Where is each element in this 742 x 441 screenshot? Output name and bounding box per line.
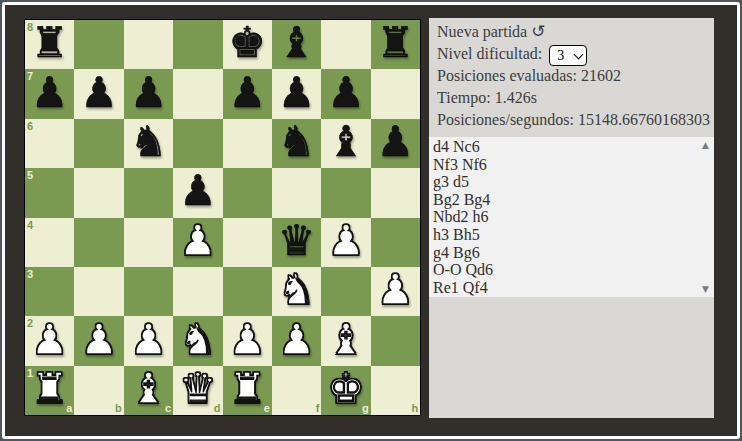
chess-board[interactable]: 8♜♚♝♜7♟♟♟♟♟♟6♞♞♝♟5♟4♟♛♟3♞♟2♟♟♟♞♟♟♝1a♜bc♝… xyxy=(24,19,421,416)
restart-icon[interactable]: ↺ xyxy=(531,22,545,41)
square-c3[interactable] xyxy=(124,267,173,316)
square-b3[interactable] xyxy=(74,267,123,316)
difficulty-row: Nivel dificultad: 3 xyxy=(437,43,706,65)
square-e2[interactable]: ♟ xyxy=(223,316,272,365)
scroll-up-icon[interactable]: ▲ xyxy=(697,137,714,153)
piece-wP-g4[interactable]: ♟ xyxy=(327,220,365,262)
move-list[interactable]: d4 Nc6Nf3 Nf6g3 d5Bg2 Bg4Nbd2 h6h3 Bh5g4… xyxy=(429,137,714,297)
square-h1[interactable]: h xyxy=(371,366,420,415)
square-e7[interactable]: ♟ xyxy=(223,69,272,118)
square-h4[interactable] xyxy=(371,218,420,267)
difficulty-select-wrap: 3 xyxy=(549,44,587,66)
move-entry: d4 Nc6 xyxy=(433,138,714,156)
piece-wP-b2[interactable]: ♟ xyxy=(80,319,118,361)
move-entry: Bg2 Bg4 xyxy=(433,191,714,209)
square-h6[interactable]: ♟ xyxy=(371,119,420,168)
square-c2[interactable]: ♟ xyxy=(124,316,173,365)
piece-bR-a8[interactable]: ♜ xyxy=(31,22,69,64)
piece-bB-f8[interactable]: ♝ xyxy=(278,22,316,64)
square-d4[interactable]: ♟ xyxy=(173,218,222,267)
square-h2[interactable] xyxy=(371,316,420,365)
piece-wP-a2[interactable]: ♟ xyxy=(31,319,69,361)
side-panel: Nueva partida↺ Nivel dificultad: 3 Posic… xyxy=(429,18,714,418)
square-f4[interactable]: ♛ xyxy=(272,218,321,267)
difficulty-label: Nivel dificultad: xyxy=(437,45,542,62)
positions-evaluated-label: Posiciones evaluadas: xyxy=(437,67,577,84)
piece-wN-d2[interactable]: ♞ xyxy=(179,319,217,361)
piece-bB-g6[interactable]: ♝ xyxy=(327,121,365,163)
square-g4[interactable]: ♟ xyxy=(321,218,370,267)
positions-evaluated-value: 21602 xyxy=(581,67,621,84)
square-g5[interactable] xyxy=(321,168,370,217)
piece-bP-e7[interactable]: ♟ xyxy=(228,72,266,114)
square-g1[interactable]: g♚ xyxy=(321,366,370,415)
file-label: h xyxy=(411,403,418,414)
positions-per-second-label: Posiciones/segundos: xyxy=(437,111,574,128)
square-g6[interactable]: ♝ xyxy=(321,119,370,168)
square-e8[interactable]: ♚ xyxy=(223,20,272,69)
piece-wP-c2[interactable]: ♟ xyxy=(130,319,168,361)
file-label: b xyxy=(115,403,122,414)
piece-bP-h6[interactable]: ♟ xyxy=(377,121,415,163)
square-d5[interactable]: ♟ xyxy=(173,168,222,217)
square-g2[interactable]: ♝ xyxy=(321,316,370,365)
square-f5[interactable] xyxy=(272,168,321,217)
square-h3[interactable]: ♟ xyxy=(371,267,420,316)
piece-wK-g1[interactable]: ♚ xyxy=(327,368,365,410)
square-f2[interactable]: ♟ xyxy=(272,316,321,365)
square-f7[interactable]: ♟ xyxy=(272,69,321,118)
square-d6[interactable] xyxy=(173,119,222,168)
move-entry: O-O Qd6 xyxy=(433,261,714,279)
engine-info: Nueva partida↺ Nivel dificultad: 3 Posic… xyxy=(429,18,714,131)
movelist-scrollbar[interactable]: ▲ ▼ xyxy=(697,137,714,297)
square-e5[interactable] xyxy=(223,168,272,217)
piece-bN-f6[interactable]: ♞ xyxy=(278,121,316,163)
piece-bP-c7[interactable]: ♟ xyxy=(130,72,168,114)
piece-wP-d4[interactable]: ♟ xyxy=(179,220,217,262)
square-b6[interactable] xyxy=(74,119,123,168)
piece-bP-g7[interactable]: ♟ xyxy=(327,72,365,114)
move-entry: Nbd2 h6 xyxy=(433,208,714,226)
square-d8[interactable] xyxy=(173,20,222,69)
move-entry: Re1 Qf4 xyxy=(433,279,714,297)
scroll-down-icon[interactable]: ▼ xyxy=(697,281,714,297)
piece-wP-h3[interactable]: ♟ xyxy=(377,269,415,311)
square-c5[interactable] xyxy=(124,168,173,217)
square-b7[interactable]: ♟ xyxy=(74,69,123,118)
move-entry: g3 d5 xyxy=(433,173,714,191)
piece-bN-c6[interactable]: ♞ xyxy=(130,121,168,163)
piece-wN-f3[interactable]: ♞ xyxy=(278,269,316,311)
move-entry: Nf3 Nf6 xyxy=(433,156,714,174)
square-b2[interactable]: ♟ xyxy=(74,316,123,365)
square-e6[interactable] xyxy=(223,119,272,168)
square-f6[interactable]: ♞ xyxy=(272,119,321,168)
piece-bP-f7[interactable]: ♟ xyxy=(278,72,316,114)
square-a7[interactable]: 7♟ xyxy=(25,69,74,118)
square-a8[interactable]: 8♜ xyxy=(25,20,74,69)
move-list-lines: d4 Nc6Nf3 Nf6g3 d5Bg2 Bg4Nbd2 h6h3 Bh5g4… xyxy=(429,137,714,296)
new-game-button[interactable]: Nueva partida↺ xyxy=(437,21,706,43)
piece-bQ-f4[interactable]: ♛ xyxy=(278,220,316,262)
piece-wP-f2[interactable]: ♟ xyxy=(278,319,316,361)
positions-evaluated-row: Posiciones evaluadas: 21602 xyxy=(437,65,706,87)
square-e3[interactable] xyxy=(223,267,272,316)
difficulty-select[interactable]: 3 xyxy=(549,45,587,66)
rank-label: 3 xyxy=(27,269,33,280)
piece-bP-a7[interactable]: ♟ xyxy=(31,72,69,114)
piece-wB-c1[interactable]: ♝ xyxy=(130,368,168,410)
square-a4[interactable]: 4 xyxy=(25,218,74,267)
rank-label: 5 xyxy=(27,170,33,181)
square-d7[interactable] xyxy=(173,69,222,118)
square-h7[interactable] xyxy=(371,69,420,118)
square-a6[interactable]: 6 xyxy=(25,119,74,168)
square-d3[interactable] xyxy=(173,267,222,316)
square-a3[interactable]: 3 xyxy=(25,267,74,316)
piece-wB-g2[interactable]: ♝ xyxy=(327,319,365,361)
square-c8[interactable] xyxy=(124,20,173,69)
time-value: 1.426s xyxy=(495,89,537,106)
square-g8[interactable] xyxy=(321,20,370,69)
piece-bP-d5[interactable]: ♟ xyxy=(179,170,217,212)
piece-wQ-d1[interactable]: ♛ xyxy=(179,368,217,410)
piece-wP-e2[interactable]: ♟ xyxy=(228,319,266,361)
square-c1[interactable]: c♝ xyxy=(124,366,173,415)
file-label: f xyxy=(316,403,320,414)
square-g3[interactable] xyxy=(321,267,370,316)
square-b1[interactable]: b xyxy=(74,366,123,415)
new-game-label: Nueva partida xyxy=(437,23,527,40)
rank-label: 4 xyxy=(27,220,33,231)
square-h5[interactable] xyxy=(371,168,420,217)
square-c4[interactable] xyxy=(124,218,173,267)
square-h8[interactable]: ♜ xyxy=(371,20,420,69)
square-e1[interactable]: e♜ xyxy=(223,366,272,415)
move-entry: h3 Bh5 xyxy=(433,226,714,244)
square-f8[interactable]: ♝ xyxy=(272,20,321,69)
piece-bP-b7[interactable]: ♟ xyxy=(80,72,118,114)
square-d1[interactable]: d♛ xyxy=(173,366,222,415)
time-row: Tiempo: 1.426s xyxy=(437,87,706,109)
piece-wR-e1[interactable]: ♜ xyxy=(228,368,266,410)
square-c7[interactable]: ♟ xyxy=(124,69,173,118)
square-a5[interactable]: 5 xyxy=(25,168,74,217)
move-entry: g4 Bg6 xyxy=(433,244,714,262)
square-a1[interactable]: 1a♜ xyxy=(25,366,74,415)
square-b5[interactable] xyxy=(74,168,123,217)
square-c6[interactable]: ♞ xyxy=(124,119,173,168)
square-f1[interactable]: f xyxy=(272,366,321,415)
square-f3[interactable]: ♞ xyxy=(272,267,321,316)
square-g7[interactable]: ♟ xyxy=(321,69,370,118)
square-b8[interactable] xyxy=(74,20,123,69)
square-b4[interactable] xyxy=(74,218,123,267)
positions-per-second-row: Posiciones/segundos: 15148.66760168303 xyxy=(437,109,706,131)
piece-bK-e8[interactable]: ♚ xyxy=(228,22,266,64)
square-a2[interactable]: 2♟ xyxy=(25,316,74,365)
piece-wR-a1[interactable]: ♜ xyxy=(31,368,69,410)
piece-bR-h8[interactable]: ♜ xyxy=(377,22,415,64)
positions-per-second-value: 15148.66760168303 xyxy=(578,111,710,128)
square-e4[interactable] xyxy=(223,218,272,267)
time-label: Tiempo: xyxy=(437,89,491,106)
square-d2[interactable]: ♞ xyxy=(173,316,222,365)
rank-label: 6 xyxy=(27,121,33,132)
